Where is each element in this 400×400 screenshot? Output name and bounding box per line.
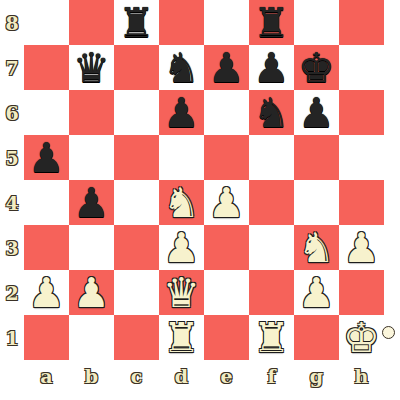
- square-f6[interactable]: ♞: [249, 90, 294, 135]
- rank-label-5: 5: [0, 135, 24, 180]
- rank-label-8: 8: [0, 0, 24, 45]
- square-d7[interactable]: ♞: [159, 45, 204, 90]
- square-d8[interactable]: [159, 0, 204, 45]
- square-h8[interactable]: [339, 0, 384, 45]
- file-label-a: a: [24, 360, 69, 400]
- square-h1[interactable]: ♚: [339, 315, 384, 360]
- square-h4[interactable]: [339, 180, 384, 225]
- square-a3[interactable]: [24, 225, 69, 270]
- file-label-f: f: [249, 360, 294, 400]
- square-b3[interactable]: [69, 225, 114, 270]
- black-knight-f6[interactable]: ♞: [249, 90, 294, 135]
- square-d2[interactable]: ♛: [159, 270, 204, 315]
- square-e7[interactable]: ♟: [204, 45, 249, 90]
- square-g2[interactable]: ♟: [294, 270, 339, 315]
- black-queen-b7[interactable]: ♛: [69, 45, 114, 90]
- white-pawn-e4[interactable]: ♟: [204, 180, 249, 225]
- square-e2[interactable]: [204, 270, 249, 315]
- white-pawn-d3[interactable]: ♟: [159, 225, 204, 270]
- square-a6[interactable]: [24, 90, 69, 135]
- square-f3[interactable]: [249, 225, 294, 270]
- file-label-g: g: [294, 360, 339, 400]
- white-rook-d1[interactable]: ♜: [159, 315, 204, 360]
- square-e1[interactable]: [204, 315, 249, 360]
- file-label-h: h: [339, 360, 384, 400]
- square-d4[interactable]: ♞: [159, 180, 204, 225]
- white-knight-d4[interactable]: ♞: [159, 180, 204, 225]
- square-c1[interactable]: [114, 315, 159, 360]
- chess-puzzle-screenshot: 87654321 ♜♜♛♞♟♟♚♟♞♟♟♟♞♟♟♞♟♟♟♛♟♜♜♚ abcdef…: [0, 0, 400, 400]
- square-a4[interactable]: [24, 180, 69, 225]
- square-d6[interactable]: ♟: [159, 90, 204, 135]
- square-e4[interactable]: ♟: [204, 180, 249, 225]
- square-h2[interactable]: [339, 270, 384, 315]
- square-c5[interactable]: [114, 135, 159, 180]
- square-c3[interactable]: [114, 225, 159, 270]
- square-f1[interactable]: ♜: [249, 315, 294, 360]
- square-a1[interactable]: [24, 315, 69, 360]
- square-b5[interactable]: [69, 135, 114, 180]
- square-h3[interactable]: ♟: [339, 225, 384, 270]
- white-queen-d2[interactable]: ♛: [159, 270, 204, 315]
- rank-label-2: 2: [0, 270, 24, 315]
- black-pawn-a5[interactable]: ♟: [24, 135, 69, 180]
- square-g5[interactable]: [294, 135, 339, 180]
- square-f8[interactable]: ♜: [249, 0, 294, 45]
- rank-label-1: 1: [0, 315, 24, 360]
- white-pawn-b2[interactable]: ♟: [69, 270, 114, 315]
- square-e3[interactable]: [204, 225, 249, 270]
- black-pawn-d6[interactable]: ♟: [159, 90, 204, 135]
- file-label-e: e: [204, 360, 249, 400]
- square-b6[interactable]: [69, 90, 114, 135]
- black-rook-c8[interactable]: ♜: [114, 0, 159, 45]
- black-knight-d7[interactable]: ♞: [159, 45, 204, 90]
- file-label-c: c: [114, 360, 159, 400]
- file-label-b: b: [69, 360, 114, 400]
- square-g7[interactable]: ♚: [294, 45, 339, 90]
- square-e8[interactable]: [204, 0, 249, 45]
- chess-board: ♜♜♛♞♟♟♚♟♞♟♟♟♞♟♟♞♟♟♟♛♟♜♜♚: [24, 0, 384, 360]
- white-rook-f1[interactable]: ♜: [249, 315, 294, 360]
- file-labels: abcdefgh: [24, 360, 384, 400]
- square-h6[interactable]: [339, 90, 384, 135]
- square-h5[interactable]: [339, 135, 384, 180]
- square-g1[interactable]: [294, 315, 339, 360]
- square-a5[interactable]: ♟: [24, 135, 69, 180]
- square-b2[interactable]: ♟: [69, 270, 114, 315]
- square-a2[interactable]: ♟: [24, 270, 69, 315]
- square-b1[interactable]: [69, 315, 114, 360]
- rank-label-3: 3: [0, 225, 24, 270]
- square-f5[interactable]: [249, 135, 294, 180]
- file-label-d: d: [159, 360, 204, 400]
- black-pawn-f7[interactable]: ♟: [249, 45, 294, 90]
- rank-labels: 87654321: [0, 0, 24, 360]
- square-b4[interactable]: ♟: [69, 180, 114, 225]
- square-c2[interactable]: [114, 270, 159, 315]
- white-to-move-indicator: [382, 326, 395, 339]
- square-a8[interactable]: [24, 0, 69, 45]
- square-b7[interactable]: ♛: [69, 45, 114, 90]
- square-c4[interactable]: [114, 180, 159, 225]
- white-pawn-g2[interactable]: ♟: [294, 270, 339, 315]
- square-b8[interactable]: [69, 0, 114, 45]
- black-rook-f8[interactable]: ♜: [249, 0, 294, 45]
- square-d1[interactable]: ♜: [159, 315, 204, 360]
- black-pawn-g6[interactable]: ♟: [294, 90, 339, 135]
- square-a7[interactable]: [24, 45, 69, 90]
- square-d5[interactable]: [159, 135, 204, 180]
- square-e6[interactable]: [204, 90, 249, 135]
- square-c7[interactable]: [114, 45, 159, 90]
- rank-label-4: 4: [0, 180, 24, 225]
- rank-label-6: 6: [0, 90, 24, 135]
- square-g8[interactable]: [294, 0, 339, 45]
- square-f4[interactable]: [249, 180, 294, 225]
- black-pawn-e7[interactable]: ♟: [204, 45, 249, 90]
- square-c6[interactable]: [114, 90, 159, 135]
- square-g3[interactable]: ♞: [294, 225, 339, 270]
- white-pawn-a2[interactable]: ♟: [24, 270, 69, 315]
- white-king-h1[interactable]: ♚: [339, 315, 384, 360]
- black-king-g7[interactable]: ♚: [294, 45, 339, 90]
- square-e5[interactable]: [204, 135, 249, 180]
- square-d3[interactable]: ♟: [159, 225, 204, 270]
- square-h7[interactable]: [339, 45, 384, 90]
- white-knight-g3[interactable]: ♞: [294, 225, 339, 270]
- square-f2[interactable]: [249, 270, 294, 315]
- rank-label-7: 7: [0, 45, 24, 90]
- square-g4[interactable]: [294, 180, 339, 225]
- black-pawn-b4[interactable]: ♟: [69, 180, 114, 225]
- square-f7[interactable]: ♟: [249, 45, 294, 90]
- square-g6[interactable]: ♟: [294, 90, 339, 135]
- white-pawn-h3[interactable]: ♟: [339, 225, 384, 270]
- square-c8[interactable]: ♜: [114, 0, 159, 45]
